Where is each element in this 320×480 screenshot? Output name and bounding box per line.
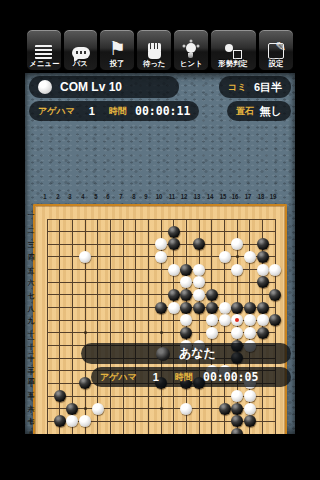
go-board[interactable]	[33, 204, 287, 455]
toolbar-button-label: 形勢判定	[219, 59, 248, 68]
status-bar	[25, 0, 295, 28]
speech-bubble-icon	[72, 47, 90, 59]
col-label-11: 11	[167, 192, 177, 202]
white-stone	[244, 403, 256, 415]
black-stone	[180, 327, 192, 339]
toolbar-button-settings[interactable]: 設定	[258, 29, 294, 71]
grid-vline	[173, 219, 174, 448]
black-stone-icon	[156, 347, 170, 361]
col-label-19: 19	[268, 192, 278, 202]
white-stone	[244, 327, 256, 339]
black-stone	[257, 302, 269, 314]
white-stone	[180, 276, 192, 288]
white-stone	[79, 251, 91, 263]
white-stone	[193, 289, 205, 301]
grid-vline	[59, 219, 60, 448]
black-stone	[193, 238, 205, 250]
white-stone	[269, 264, 281, 276]
white-stone	[257, 264, 269, 276]
black-stone	[168, 289, 180, 301]
black-stone	[180, 289, 192, 301]
col-label-1: 1	[40, 192, 50, 202]
grid-vline	[148, 219, 149, 448]
col-label-13: 13	[192, 192, 202, 202]
white-stone	[219, 314, 231, 326]
star-point	[160, 331, 163, 334]
grid-hline	[47, 219, 276, 220]
top-captures-label: アゲハマ	[38, 105, 75, 118]
star-point	[84, 407, 87, 410]
black-stone	[155, 302, 167, 314]
menu-icon	[35, 45, 52, 59]
bottom-captures-value: 1	[153, 371, 159, 383]
white-stone	[66, 415, 78, 427]
black-stone	[79, 377, 91, 389]
toolbar-button-hand[interactable]: 待った	[136, 29, 172, 71]
star-point	[84, 331, 87, 334]
grid-vline	[110, 219, 111, 448]
col-label-7: 7	[116, 192, 126, 202]
col-label-9: 9	[141, 192, 151, 202]
col-label-6: 6	[103, 192, 113, 202]
komi-label: コミ	[228, 81, 246, 94]
col-label-14: 14	[205, 192, 215, 202]
black-stone	[180, 264, 192, 276]
white-stone	[180, 403, 192, 415]
col-label-8: 8	[129, 192, 139, 202]
white-stone	[257, 314, 269, 326]
white-stone	[206, 314, 218, 326]
top-time-value: 00:00:11	[135, 104, 190, 118]
bottom-captures-panel: アゲハマ 1 時間 00:00:05	[91, 367, 291, 387]
toolbar-button-lightbulb[interactable]: ヒント	[173, 29, 209, 71]
white-stone	[231, 238, 243, 250]
black-stone	[180, 302, 192, 314]
top-player-panel: COM Lv 10	[29, 76, 179, 98]
white-stone	[244, 251, 256, 263]
col-label-15: 15	[217, 192, 227, 202]
toolbar-button-speech-bubble[interactable]: パス	[63, 29, 99, 71]
black-stone	[54, 390, 66, 402]
top-captures-value: 1	[89, 105, 95, 117]
handicap-panel: 置石 無し	[227, 101, 291, 121]
white-stone	[206, 327, 218, 339]
black-stone	[168, 226, 180, 238]
black-stone	[219, 403, 231, 415]
toolbar-button-label: 待った	[143, 59, 165, 68]
black-stone	[206, 289, 218, 301]
komi-panel: コミ 6目半	[219, 76, 291, 98]
black-stone	[231, 415, 243, 427]
bottom-time-label: 時間	[175, 371, 193, 384]
white-stone	[180, 314, 192, 326]
toolbar-button-label: 設定	[269, 59, 284, 68]
black-stone	[168, 238, 180, 250]
col-label-2: 2	[53, 192, 63, 202]
white-stone	[231, 264, 243, 276]
settings-icon	[268, 43, 284, 59]
black-stone	[269, 314, 281, 326]
grid-hline	[47, 231, 276, 232]
handicap-value: 無し	[260, 104, 282, 119]
grid-vline	[123, 219, 124, 448]
black-stone	[54, 415, 66, 427]
grid-vline	[47, 219, 48, 448]
star-point	[160, 407, 163, 410]
bottom-player-name: あなた	[179, 345, 216, 362]
judge-icon	[225, 43, 242, 59]
grid-vline	[275, 219, 276, 448]
hand-icon	[148, 43, 161, 59]
flag-icon: ⚑	[109, 37, 126, 59]
black-stone	[257, 327, 269, 339]
white-stone	[168, 302, 180, 314]
go-app-screen: メニューパス⚑投了待ったヒント形勢判定設定 COM Lv 10 コミ 6目半 ア…	[25, 0, 295, 480]
toolbar-button-flag[interactable]: ⚑投了	[99, 29, 135, 71]
white-stone	[155, 251, 167, 263]
col-label-17: 17	[243, 192, 253, 202]
lightbulb-icon	[182, 41, 200, 59]
toolbar-button-label: パス	[73, 59, 88, 68]
footer-black-area	[25, 434, 295, 480]
white-stone	[244, 390, 256, 402]
black-stone	[257, 251, 269, 263]
grid-vline	[135, 219, 136, 448]
bottom-player-panel: あなた	[81, 343, 291, 364]
grid-hline	[47, 294, 276, 295]
white-stone	[231, 327, 243, 339]
komi-value: 6目半	[254, 80, 282, 95]
toolbar-button-judge[interactable]: 形勢判定	[210, 29, 258, 71]
top-time-label: 時間	[109, 105, 127, 118]
col-label-12: 12	[179, 192, 189, 202]
black-stone	[66, 403, 78, 415]
black-stone	[269, 289, 281, 301]
white-stone	[244, 314, 256, 326]
black-stone	[231, 403, 243, 415]
white-stone	[92, 403, 104, 415]
toolbar-button-label: 投了	[110, 59, 125, 68]
bottom-captures-label: アゲハマ	[100, 371, 137, 384]
bottom-time-value: 00:00:05	[203, 370, 258, 384]
white-stone	[193, 264, 205, 276]
white-stone	[155, 238, 167, 250]
col-label-10: 10	[154, 192, 164, 202]
white-stone-icon	[38, 80, 52, 94]
top-captures-panel: アゲハマ 1 時間 00:00:11	[29, 101, 199, 121]
white-stone	[168, 264, 180, 276]
grid-hline	[47, 282, 276, 283]
handicap-label: 置石	[236, 105, 254, 118]
col-label-16: 16	[230, 192, 240, 202]
toolbar: メニューパス⚑投了待ったヒント形勢判定設定	[25, 28, 295, 73]
black-stone	[193, 302, 205, 314]
black-stone	[206, 302, 218, 314]
white-stone	[231, 390, 243, 402]
black-stone	[244, 415, 256, 427]
grid-vline	[199, 219, 200, 448]
col-label-3: 3	[65, 192, 75, 202]
top-player-name: COM Lv 10	[60, 80, 122, 94]
game-background: COM Lv 10 コミ 6目半 アゲハマ 1 時間 00:00:11 置石 無…	[25, 73, 295, 434]
col-label-4: 4	[78, 192, 88, 202]
black-stone	[257, 238, 269, 250]
toolbar-button-label: メニュー	[29, 59, 59, 68]
col-label-5: 5	[91, 192, 101, 202]
black-stone	[257, 276, 269, 288]
white-stone	[219, 251, 231, 263]
black-stone	[244, 302, 256, 314]
board-zone: 12345678910111213141516171819一二三四五六七八九十十…	[25, 191, 295, 457]
white-stone	[79, 415, 91, 427]
black-stone	[231, 302, 243, 314]
white-stone	[219, 302, 231, 314]
white-stone	[193, 276, 205, 288]
toolbar-button-menu[interactable]: メニュー	[26, 29, 62, 71]
toolbar-button-label: ヒント	[179, 59, 202, 68]
col-label-18: 18	[255, 192, 265, 202]
